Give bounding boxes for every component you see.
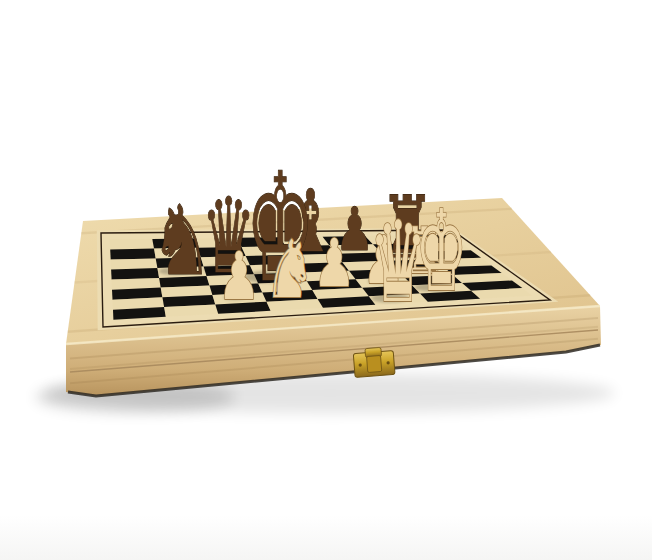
white-pawn-icon: ♟ <box>218 239 261 316</box>
chess-set-photo: ♝♟♜♞♛♚♜♟♟♟♞♚♛ <box>0 0 652 560</box>
white-knight-icon: ♞ <box>264 222 316 315</box>
scene-svg: ♝♟♜♞♛♚♜♟♟♟♞♚♛ <box>0 0 652 560</box>
square-a7 <box>110 249 156 260</box>
white-pawn-icon: ♟ <box>313 225 356 302</box>
square-a8 <box>110 239 154 250</box>
white-queen-icon: ♛ <box>369 197 427 328</box>
